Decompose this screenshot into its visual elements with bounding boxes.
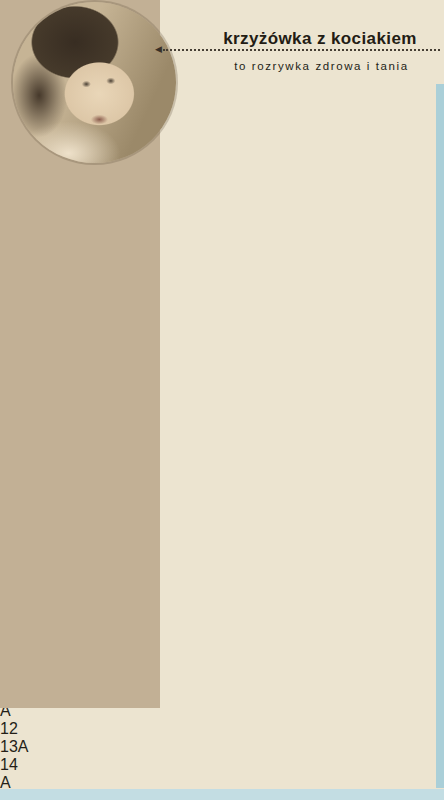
left-arrow-icon: ◀ [155,45,162,54]
grid-cell[interactable]: 14 [0,756,444,774]
vintage-portrait-photo [13,2,176,163]
page-edge-strip-bottom [0,789,444,800]
dotted-line [163,49,440,51]
page-subtitle: to rozrywka zdrowa i tania [203,60,440,72]
grid-cell[interactable]: 12 [0,720,444,738]
page-edge-strip-right [436,84,444,788]
dotted-rule: ◀ [155,45,440,54]
cell-letter: A [18,738,29,755]
grid-cell[interactable]: 13A [0,738,444,756]
cell-number: 12 [0,720,18,737]
cell-number: 13 [0,738,18,755]
cell-number: 14 [0,756,18,773]
magazine-crossword-page: { "game": "crossword (krzyżówka) – Polis… [0,0,444,800]
